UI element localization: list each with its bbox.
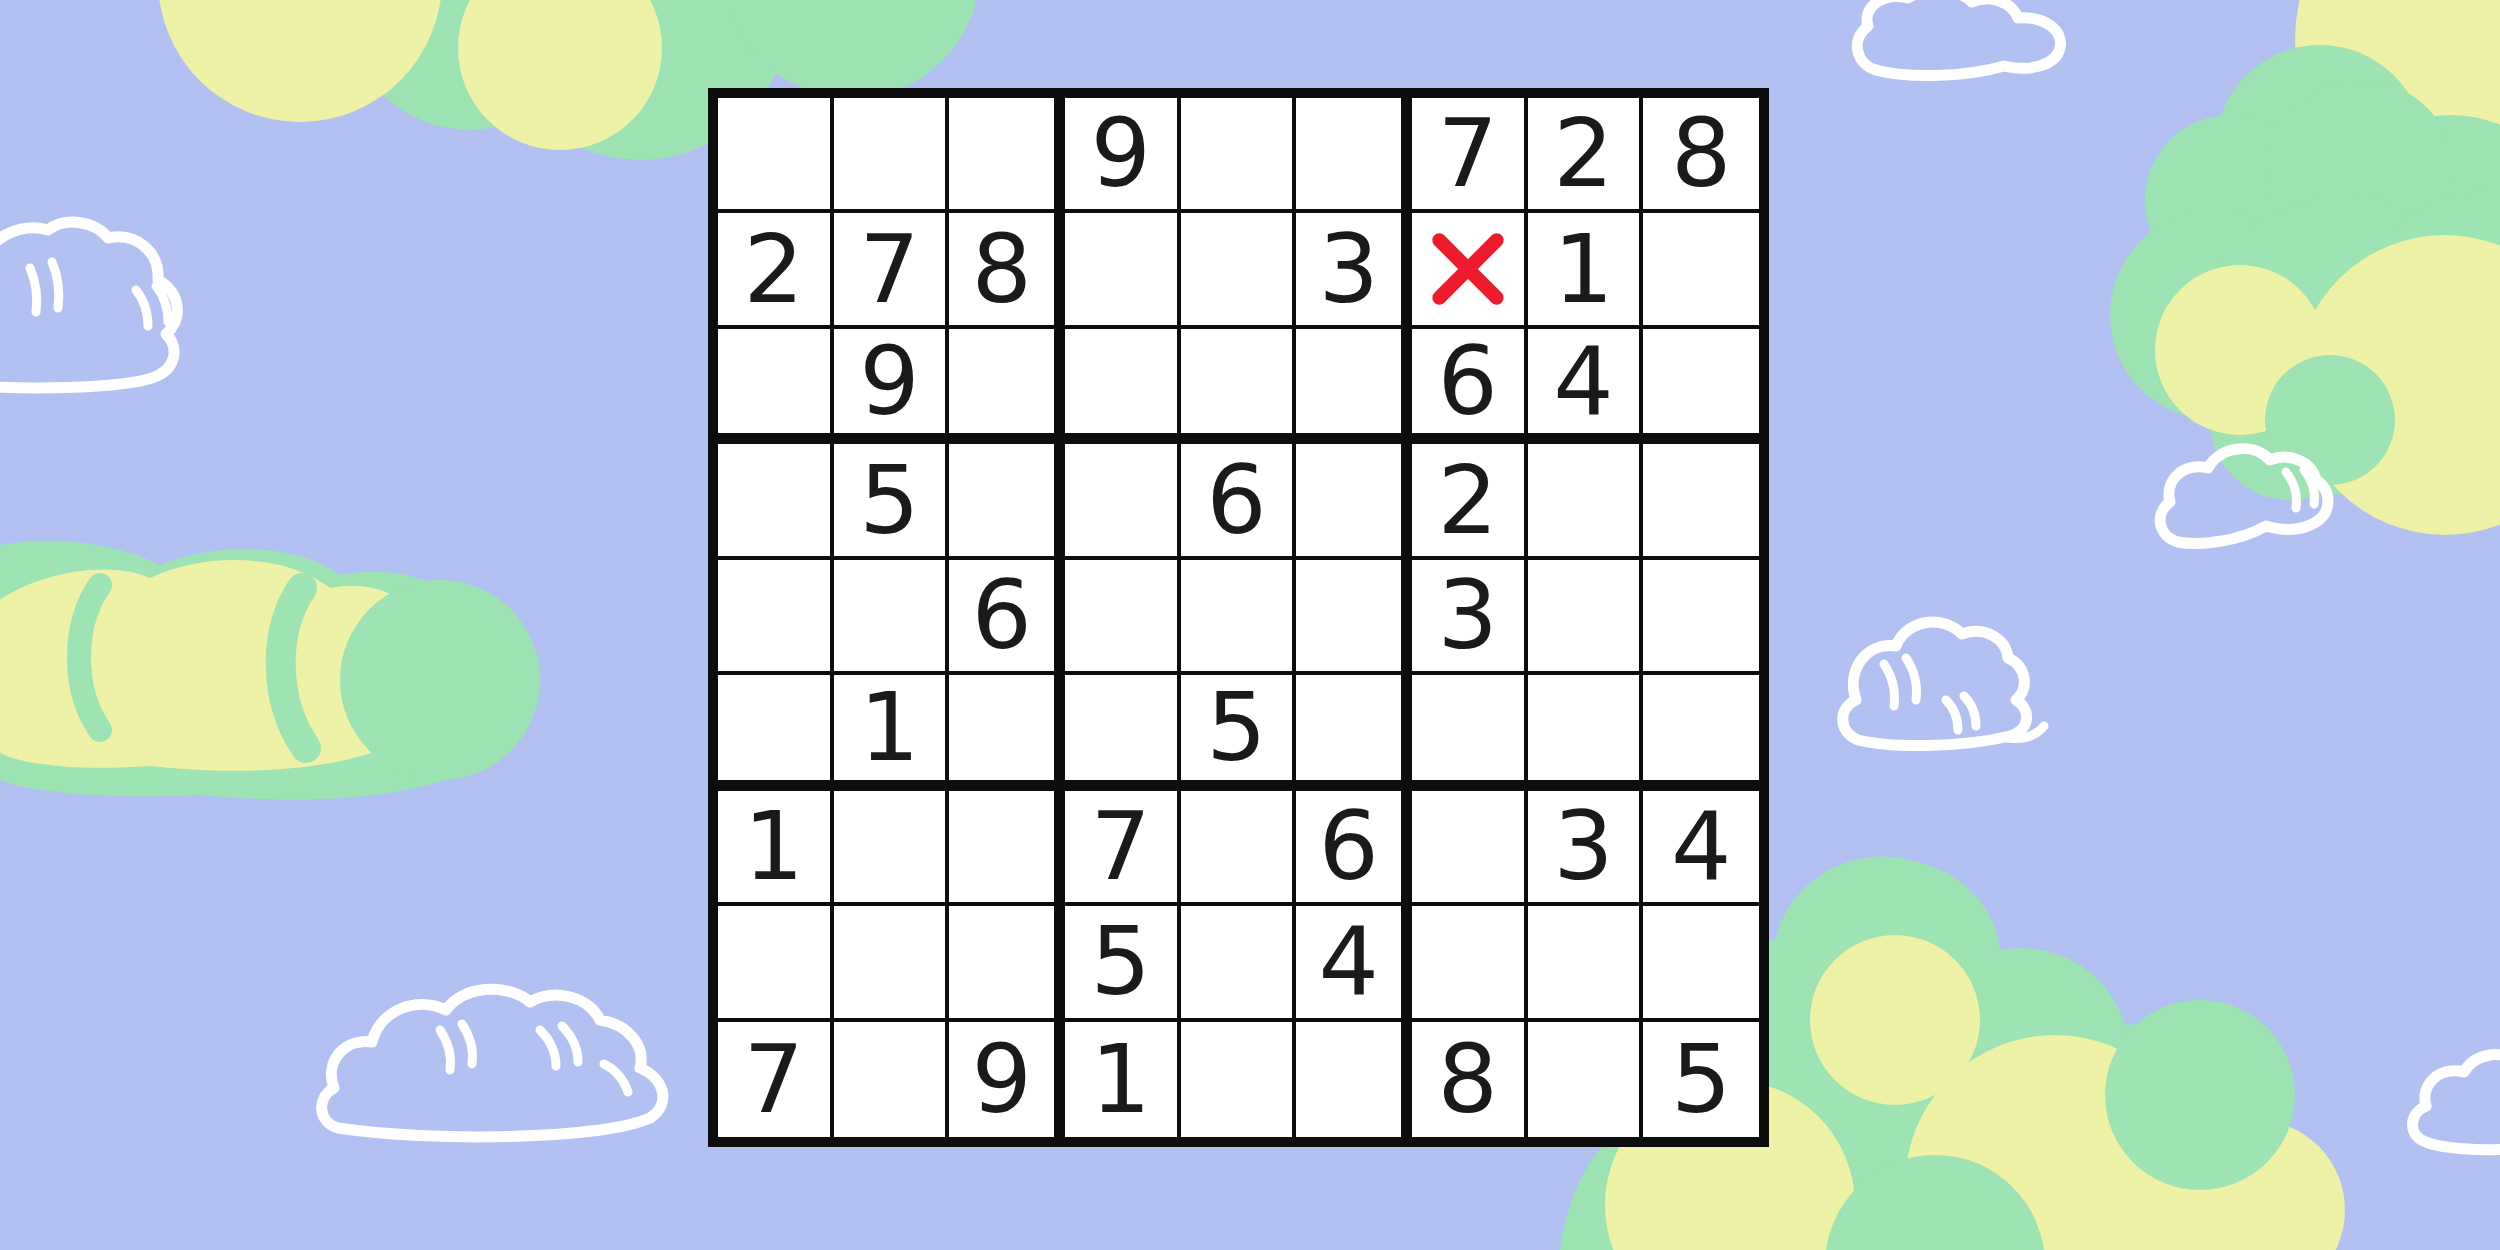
- cell-r7c7[interactable]: [1412, 791, 1528, 906]
- cell-r3c7[interactable]: 6: [1412, 329, 1528, 444]
- cell-r3c8[interactable]: 4: [1528, 329, 1644, 444]
- cell-r7c3[interactable]: [949, 791, 1065, 906]
- cell-r1c4[interactable]: 9: [1065, 98, 1181, 213]
- cell-r7c4[interactable]: 7: [1065, 791, 1181, 906]
- cell-r7c9[interactable]: 4: [1643, 791, 1759, 906]
- cell-r1c8[interactable]: 2: [1528, 98, 1644, 213]
- cell-r7c5[interactable]: [1181, 791, 1297, 906]
- given-digit: 5: [1091, 914, 1151, 1009]
- outlined-cloud-bottom-left: [322, 989, 663, 1137]
- cell-r1c2[interactable]: [834, 98, 950, 213]
- given-digit: 6: [1318, 799, 1378, 894]
- cell-r1c6[interactable]: [1296, 98, 1412, 213]
- outlined-cloud-top-right: [1857, 0, 2060, 76]
- cell-r6c6[interactable]: [1296, 675, 1412, 790]
- cell-r1c7[interactable]: 7: [1412, 98, 1528, 213]
- given-digit: 6: [1206, 453, 1266, 548]
- cell-r6c7[interactable]: [1412, 675, 1528, 790]
- cell-r8c2[interactable]: [834, 906, 950, 1021]
- given-digit: 3: [1438, 568, 1498, 663]
- given-digit: 2: [1438, 453, 1498, 548]
- cell-r3c9[interactable]: [1643, 329, 1759, 444]
- cell-r4c8[interactable]: [1528, 444, 1644, 559]
- cell-r9c1[interactable]: 7: [718, 1022, 834, 1137]
- given-digit: 2: [744, 222, 804, 317]
- cell-r5c7[interactable]: 3: [1412, 560, 1528, 675]
- cell-r6c3[interactable]: [949, 675, 1065, 790]
- cell-r4c6[interactable]: [1296, 444, 1412, 559]
- cell-r8c8[interactable]: [1528, 906, 1644, 1021]
- given-digit: 8: [971, 222, 1031, 317]
- cell-r1c1[interactable]: [718, 98, 834, 213]
- cell-r2c8[interactable]: 1: [1528, 213, 1644, 328]
- cell-r9c3[interactable]: 9: [949, 1022, 1065, 1137]
- given-digit: 4: [1553, 334, 1613, 429]
- cell-r7c8[interactable]: 3: [1528, 791, 1644, 906]
- cell-r9c2[interactable]: [834, 1022, 950, 1137]
- cell-r3c4[interactable]: [1065, 329, 1181, 444]
- error-x-icon: [1427, 228, 1509, 310]
- given-digit: 7: [1438, 106, 1498, 201]
- cell-r2c3[interactable]: 8: [949, 213, 1065, 328]
- cell-r1c9[interactable]: 8: [1643, 98, 1759, 213]
- given-digit: 7: [744, 1032, 804, 1127]
- cell-r6c9[interactable]: [1643, 675, 1759, 790]
- given-digit: 6: [971, 568, 1031, 663]
- outlined-cloud-bottom-right: [2413, 1055, 2500, 1150]
- cell-r5c8[interactable]: [1528, 560, 1644, 675]
- cloud-blob-bottom-left: [0, 541, 540, 799]
- cell-r4c2[interactable]: 5: [834, 444, 950, 559]
- given-digit: 5: [859, 453, 919, 548]
- cell-r3c5[interactable]: [1181, 329, 1297, 444]
- cell-r4c9[interactable]: [1643, 444, 1759, 559]
- given-digit: 9: [859, 334, 919, 429]
- cell-r5c4[interactable]: [1065, 560, 1181, 675]
- cell-r5c9[interactable]: [1643, 560, 1759, 675]
- cell-r3c3[interactable]: [949, 329, 1065, 444]
- given-digit: 7: [1091, 799, 1151, 894]
- given-digit: 1: [1091, 1032, 1151, 1127]
- outlined-cloud-mid: [1843, 622, 2044, 745]
- outlined-cloud-left: [0, 222, 177, 388]
- cell-r8c9[interactable]: [1643, 906, 1759, 1021]
- cell-r6c8[interactable]: [1528, 675, 1644, 790]
- cell-r4c3[interactable]: [949, 444, 1065, 559]
- cell-r2c1[interactable]: 2: [718, 213, 834, 328]
- cell-r4c7[interactable]: 2: [1412, 444, 1528, 559]
- given-digit: 3: [1553, 799, 1613, 894]
- cell-r1c3[interactable]: [949, 98, 1065, 213]
- cell-r4c1[interactable]: [718, 444, 834, 559]
- cell-r6c5[interactable]: 5: [1181, 675, 1297, 790]
- cell-r4c4[interactable]: [1065, 444, 1181, 559]
- given-digit: 4: [1318, 914, 1378, 1009]
- cell-r6c1[interactable]: [718, 675, 834, 790]
- given-digit: 1: [1553, 222, 1613, 317]
- cell-r9c8[interactable]: [1528, 1022, 1644, 1137]
- cell-r6c4[interactable]: [1065, 675, 1181, 790]
- cell-r2c7[interactable]: [1412, 213, 1528, 328]
- cell-r2c4[interactable]: [1065, 213, 1181, 328]
- cell-r8c7[interactable]: [1412, 906, 1528, 1021]
- cell-r3c1[interactable]: [718, 329, 834, 444]
- cell-r7c1[interactable]: 1: [718, 791, 834, 906]
- given-digit: 5: [1206, 680, 1266, 775]
- given-digit: 7: [859, 222, 919, 317]
- cell-r8c4[interactable]: 5: [1065, 906, 1181, 1021]
- cell-r7c2[interactable]: [834, 791, 950, 906]
- given-digit: 1: [744, 799, 804, 894]
- cell-r7c6[interactable]: 6: [1296, 791, 1412, 906]
- given-digit: 9: [971, 1032, 1031, 1127]
- given-digit: 2: [1553, 106, 1613, 201]
- cell-r5c2[interactable]: [834, 560, 950, 675]
- given-digit: 8: [1671, 106, 1731, 201]
- cell-r8c6[interactable]: 4: [1296, 906, 1412, 1021]
- cell-r8c1[interactable]: [718, 906, 834, 1021]
- cell-r3c2[interactable]: 9: [834, 329, 950, 444]
- cell-r5c5[interactable]: [1181, 560, 1297, 675]
- cell-r9c7[interactable]: 8: [1412, 1022, 1528, 1137]
- cell-r5c1[interactable]: [718, 560, 834, 675]
- cell-r9c9[interactable]: 5: [1643, 1022, 1759, 1137]
- cell-r2c9[interactable]: [1643, 213, 1759, 328]
- cell-r1c5[interactable]: [1181, 98, 1297, 213]
- cell-r8c3[interactable]: [949, 906, 1065, 1021]
- cell-r6c2[interactable]: 1: [834, 675, 950, 790]
- given-digit: 3: [1318, 222, 1378, 317]
- cloud-blob-top-right: [2110, 0, 2500, 535]
- sky-background: 9728278319645626315176345479185: [0, 0, 2500, 1250]
- given-digit: 8: [1438, 1032, 1498, 1127]
- cell-r3c6[interactable]: [1296, 329, 1412, 444]
- given-digit: 6: [1438, 334, 1498, 429]
- cell-r2c2[interactable]: 7: [834, 213, 950, 328]
- given-digit: 4: [1671, 799, 1731, 894]
- cell-r2c5[interactable]: [1181, 213, 1297, 328]
- cell-r9c4[interactable]: 1: [1065, 1022, 1181, 1137]
- cell-r9c5[interactable]: [1181, 1022, 1297, 1137]
- cell-r4c5[interactable]: 6: [1181, 444, 1297, 559]
- given-digit: 5: [1671, 1032, 1731, 1127]
- cell-r2c6[interactable]: 3: [1296, 213, 1412, 328]
- cell-r9c6[interactable]: [1296, 1022, 1412, 1137]
- cell-r5c6[interactable]: [1296, 560, 1412, 675]
- cell-r8c5[interactable]: [1181, 906, 1297, 1021]
- given-digit: 9: [1091, 106, 1151, 201]
- given-digit: 1: [859, 680, 919, 775]
- sudoku-board: 9728278319645626315176345479185: [708, 88, 1769, 1147]
- cell-r5c3[interactable]: 6: [949, 560, 1065, 675]
